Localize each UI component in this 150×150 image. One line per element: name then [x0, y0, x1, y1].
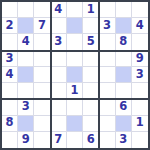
cell-r9c3[interactable]	[34, 132, 50, 148]
cell-r7c2[interactable]: 3	[18, 99, 34, 115]
cell-r6c1[interactable]	[2, 83, 18, 99]
cell-r5c7[interactable]	[99, 67, 115, 83]
cell-r8c4[interactable]	[51, 116, 67, 132]
cell-r7c5[interactable]	[67, 99, 83, 115]
cell-r8c8[interactable]	[116, 116, 132, 132]
cell-r7c1[interactable]	[2, 99, 18, 115]
cell-r4c1[interactable]: 3	[2, 51, 18, 67]
cell-r1c9[interactable]	[132, 2, 148, 18]
cell-r4c7[interactable]	[99, 51, 115, 67]
cell-r8c5[interactable]	[67, 116, 83, 132]
cell-r8c3[interactable]	[34, 116, 50, 132]
cell-r2c9[interactable]: 4	[132, 18, 148, 34]
cell-r1c7[interactable]	[99, 2, 115, 18]
cell-r3c1[interactable]	[2, 34, 18, 50]
cell-r8c7[interactable]	[99, 116, 115, 132]
cell-r1c1[interactable]	[2, 2, 18, 18]
cell-r5c4[interactable]	[51, 67, 67, 83]
cell-r3c9[interactable]	[132, 34, 148, 50]
cell-r6c8[interactable]	[116, 83, 132, 99]
cell-r4c9[interactable]: 9	[132, 51, 148, 67]
cell-r5c3[interactable]	[34, 67, 50, 83]
cell-r7c4[interactable]	[51, 99, 67, 115]
cell-r7c3[interactable]	[34, 99, 50, 115]
cell-r1c4[interactable]: 4	[51, 2, 67, 18]
cell-r3c7[interactable]	[99, 34, 115, 50]
cell-r5c5[interactable]	[67, 67, 83, 83]
cell-r8c1[interactable]: 8	[2, 116, 18, 132]
cell-r3c8[interactable]: 8	[116, 34, 132, 50]
cell-r1c5[interactable]	[67, 2, 83, 18]
cell-r6c7[interactable]	[99, 83, 115, 99]
cell-r6c9[interactable]	[132, 83, 148, 99]
cell-r4c3[interactable]	[34, 51, 50, 67]
cell-r4c4[interactable]	[51, 51, 67, 67]
cell-r2c6[interactable]	[83, 18, 99, 34]
cell-r9c2[interactable]: 9	[18, 132, 34, 148]
cell-r5c8[interactable]	[116, 67, 132, 83]
cell-r9c5[interactable]	[67, 132, 83, 148]
cell-r2c7[interactable]: 3	[99, 18, 115, 34]
sudoku-board: 41273443583943136819763	[0, 0, 150, 150]
cell-r9c8[interactable]: 3	[116, 132, 132, 148]
cell-r4c5[interactable]	[67, 51, 83, 67]
cell-r2c5[interactable]	[67, 18, 83, 34]
cell-r8c6[interactable]	[83, 116, 99, 132]
cell-r5c2[interactable]	[18, 67, 34, 83]
cell-r2c8[interactable]	[116, 18, 132, 34]
cell-r9c9[interactable]	[132, 132, 148, 148]
cell-r4c6[interactable]	[83, 51, 99, 67]
cell-r7c8[interactable]: 6	[116, 99, 132, 115]
cell-r2c4[interactable]	[51, 18, 67, 34]
cell-r6c5[interactable]: 1	[67, 83, 83, 99]
cell-r1c6[interactable]: 1	[83, 2, 99, 18]
cell-r2c1[interactable]: 2	[2, 18, 18, 34]
cell-r7c9[interactable]	[132, 99, 148, 115]
cell-r5c9[interactable]: 3	[132, 67, 148, 83]
cell-r2c3[interactable]: 7	[34, 18, 50, 34]
cell-r6c4[interactable]	[51, 83, 67, 99]
cell-r3c6[interactable]: 5	[83, 34, 99, 50]
cell-r6c3[interactable]	[34, 83, 50, 99]
cell-r7c6[interactable]	[83, 99, 99, 115]
cell-r2c2[interactable]	[18, 18, 34, 34]
cell-r3c2[interactable]: 4	[18, 34, 34, 50]
cell-r4c2[interactable]	[18, 51, 34, 67]
cell-r1c3[interactable]	[34, 2, 50, 18]
cell-r9c7[interactable]	[99, 132, 115, 148]
cell-r6c2[interactable]	[18, 83, 34, 99]
cell-r9c6[interactable]: 6	[83, 132, 99, 148]
cell-r1c2[interactable]	[18, 2, 34, 18]
cell-r9c4[interactable]: 7	[51, 132, 67, 148]
cell-r9c1[interactable]	[2, 132, 18, 148]
cell-r5c1[interactable]: 4	[2, 67, 18, 83]
cell-r5c6[interactable]	[83, 67, 99, 83]
cell-r3c4[interactable]: 3	[51, 34, 67, 50]
cell-r6c6[interactable]	[83, 83, 99, 99]
cell-r3c3[interactable]	[34, 34, 50, 50]
cell-r8c9[interactable]: 1	[132, 116, 148, 132]
cell-r4c8[interactable]	[116, 51, 132, 67]
cell-r8c2[interactable]	[18, 116, 34, 132]
cell-r1c8[interactable]	[116, 2, 132, 18]
cell-r3c5[interactable]	[67, 34, 83, 50]
cell-r7c7[interactable]	[99, 99, 115, 115]
